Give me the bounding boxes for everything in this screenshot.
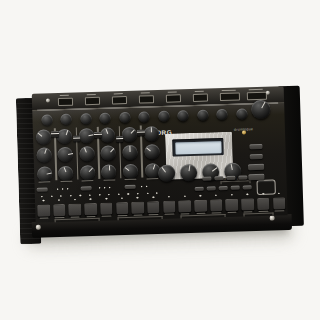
mode-led-2 xyxy=(62,187,64,189)
rear-jack[interactable] xyxy=(58,98,73,106)
edit-knob-1[interactable] xyxy=(157,164,175,182)
edit-button-a2[interactable] xyxy=(214,176,223,180)
step-button-9[interactable] xyxy=(163,201,176,213)
top-knob-7[interactable] xyxy=(158,110,169,121)
rear-screw-right xyxy=(266,91,270,95)
volume-knob[interactable] xyxy=(251,99,271,119)
part-knob-c1-r3[interactable] xyxy=(36,166,51,181)
part-knob-c3-r3[interactable] xyxy=(80,165,95,180)
section-bracket-4 xyxy=(243,212,273,214)
step-button-12[interactable] xyxy=(210,199,223,211)
part-knob-c2-r2[interactable] xyxy=(57,147,72,162)
knob-column-label xyxy=(82,180,94,182)
top-knob-6[interactable] xyxy=(138,111,149,122)
part-knob-c4-r1[interactable] xyxy=(100,127,115,142)
step-button-3[interactable] xyxy=(69,203,82,215)
level-fader-5[interactable] xyxy=(137,129,145,135)
step-button-5[interactable] xyxy=(100,202,113,214)
level-fader-1[interactable] xyxy=(51,131,59,137)
level-fader-4[interactable] xyxy=(116,136,124,142)
status-led-12 xyxy=(146,192,148,194)
top-knob-2[interactable] xyxy=(60,113,71,124)
step-button-15[interactable] xyxy=(257,198,270,210)
mode-led-1 xyxy=(57,188,59,190)
status-led-2 xyxy=(50,195,52,197)
part-knob-c2-r3[interactable] xyxy=(58,166,73,181)
part-knob-c4-r3[interactable] xyxy=(101,164,116,179)
edit-knob-2[interactable] xyxy=(179,163,197,181)
knob-column-label xyxy=(125,178,137,180)
step-button-7[interactable] xyxy=(131,202,144,214)
status-led-8 xyxy=(108,194,110,196)
step-led-1 xyxy=(42,199,45,202)
status-led-9 xyxy=(118,193,120,195)
step-button-10[interactable] xyxy=(178,200,191,212)
step-button-16[interactable] xyxy=(273,197,286,209)
korg-drum-machine: KORG drumlogue PATTERN EDIT xyxy=(18,86,303,246)
rear-jack[interactable] xyxy=(85,97,100,105)
gold-screw xyxy=(242,130,246,134)
step-led-16 xyxy=(278,192,281,195)
top-knob-5[interactable] xyxy=(119,111,130,122)
part-knob-c5-r1[interactable] xyxy=(122,126,137,141)
edit-button-a4[interactable] xyxy=(238,175,247,179)
part-knob-c5-r3[interactable] xyxy=(123,164,138,179)
step-label-5 xyxy=(102,215,112,217)
rear-jack-label xyxy=(114,93,123,94)
step-button-14[interactable] xyxy=(241,198,254,210)
rear-jack[interactable] xyxy=(193,94,208,102)
step-led-3 xyxy=(74,198,77,201)
mode-led-3 xyxy=(67,187,69,189)
knob-column-label xyxy=(38,181,50,183)
part-knob-c2-r1[interactable] xyxy=(57,128,72,143)
top-control-panel: KORG drumlogue PATTERN EDIT xyxy=(32,102,287,223)
top-knob-3[interactable] xyxy=(80,113,91,124)
edit-button-b2[interactable] xyxy=(207,186,216,190)
step-led-14 xyxy=(246,193,249,196)
status-led-7 xyxy=(98,194,100,196)
part-knob-c6-r2[interactable] xyxy=(144,144,159,159)
edit-button-a3[interactable] xyxy=(226,176,235,180)
step-button-4[interactable] xyxy=(84,203,97,215)
mode-led-5 xyxy=(104,186,106,188)
menu-button-3[interactable] xyxy=(248,164,264,170)
rear-jack-label xyxy=(222,90,236,91)
menu-button-4[interactable] xyxy=(248,173,264,179)
rear-jack[interactable] xyxy=(247,92,267,101)
step-label-16 xyxy=(274,210,284,212)
top-knob-8[interactable] xyxy=(177,110,188,121)
part-knob-c3-r2[interactable] xyxy=(79,146,94,161)
level-fader-2[interactable] xyxy=(73,135,81,141)
mode-led-7 xyxy=(141,185,143,187)
play-button[interactable] xyxy=(256,179,275,195)
step-button-1[interactable] xyxy=(37,204,50,216)
step-led-2 xyxy=(58,199,61,202)
status-led-11 xyxy=(137,193,139,195)
level-fader-track-5 xyxy=(140,126,143,178)
mode-led-4 xyxy=(99,186,101,188)
step-led-9 xyxy=(168,195,171,198)
rear-jack-label xyxy=(87,94,96,95)
knob-column-label xyxy=(146,178,158,180)
step-led-15 xyxy=(262,192,265,195)
menu-button-1[interactable] xyxy=(249,144,262,149)
status-led-6 xyxy=(89,194,91,196)
status-led-5 xyxy=(79,194,81,196)
step-label-1 xyxy=(39,217,49,219)
step-button-2[interactable] xyxy=(53,204,66,216)
step-led-12 xyxy=(215,194,218,197)
step-led-8 xyxy=(152,196,155,199)
edit-button-b5[interactable] xyxy=(243,185,252,189)
rear-jack-label xyxy=(249,89,263,90)
rear-jack-label xyxy=(141,92,150,93)
mode-led-6 xyxy=(109,186,111,188)
section-bracket-2 xyxy=(118,215,163,217)
step-button-11[interactable] xyxy=(194,200,207,212)
section-bracket-1 xyxy=(55,217,100,219)
rear-jack-label xyxy=(60,95,69,96)
top-knob-11[interactable] xyxy=(236,108,247,119)
front-screw-left xyxy=(36,225,41,230)
level-fader-track-2 xyxy=(75,128,78,180)
step-led-7 xyxy=(136,196,139,199)
part-knob-c5-r2[interactable] xyxy=(122,145,137,160)
step-led-11 xyxy=(199,194,202,197)
knob-column-label xyxy=(103,179,115,181)
part-knob-c1-r1[interactable] xyxy=(35,129,50,144)
top-knob-9[interactable] xyxy=(197,109,208,120)
top-knob-10[interactable] xyxy=(216,108,227,119)
step-label-13 xyxy=(227,211,237,213)
status-led-3 xyxy=(60,195,62,197)
rear-jack[interactable] xyxy=(112,96,127,104)
rear-jack-label xyxy=(195,91,204,92)
rear-screw-left xyxy=(46,98,50,102)
status-led-10 xyxy=(127,193,129,195)
part-knob-c4-r2[interactable] xyxy=(101,146,116,161)
step-button-6[interactable] xyxy=(116,202,129,214)
rear-jack[interactable] xyxy=(220,93,240,102)
section-bracket-3 xyxy=(181,214,226,216)
part-knob-c3-r1[interactable] xyxy=(78,128,93,143)
step-led-13 xyxy=(230,193,233,196)
status-led-13 xyxy=(156,192,158,194)
edit-button-b4[interactable] xyxy=(231,186,240,190)
knob-column-label xyxy=(60,180,72,182)
pattern-edit-bracket xyxy=(220,180,250,182)
step-label-9 xyxy=(165,213,175,215)
lcd-screen xyxy=(175,141,221,154)
menu-button-2[interactable] xyxy=(250,153,263,158)
function-button-left-3[interactable] xyxy=(125,185,136,189)
function-button-left-2[interactable] xyxy=(81,186,92,190)
step-led-10 xyxy=(183,195,186,198)
function-button-left-1[interactable] xyxy=(37,187,48,191)
status-led-1 xyxy=(41,196,43,198)
step-led-5 xyxy=(105,197,108,200)
front-screw-right xyxy=(270,216,275,221)
step-button-8[interactable] xyxy=(147,201,160,213)
top-knob-1[interactable] xyxy=(41,114,52,125)
part-knob-c1-r2[interactable] xyxy=(36,148,51,163)
top-knob-4[interactable] xyxy=(99,112,110,123)
edit-button-a1[interactable] xyxy=(202,176,211,180)
part-knob-c6-r1[interactable] xyxy=(143,126,158,141)
level-fader-track-3 xyxy=(97,127,100,179)
photo-canvas: { "scene": { "type": "product-photo", "b… xyxy=(0,0,320,320)
edit-button-b1[interactable] xyxy=(195,187,204,191)
step-led-4 xyxy=(89,198,92,201)
step-button-13[interactable] xyxy=(225,199,238,211)
edit-button-b3[interactable] xyxy=(219,186,228,190)
mode-led-8 xyxy=(146,185,148,187)
rear-jack[interactable] xyxy=(166,94,181,102)
level-fader-3[interactable] xyxy=(94,132,102,138)
step-led-6 xyxy=(121,197,124,200)
rear-jack-label xyxy=(168,91,177,92)
rear-jack[interactable] xyxy=(139,95,154,103)
status-led-4 xyxy=(70,195,72,197)
level-fader-track-1 xyxy=(54,128,57,180)
